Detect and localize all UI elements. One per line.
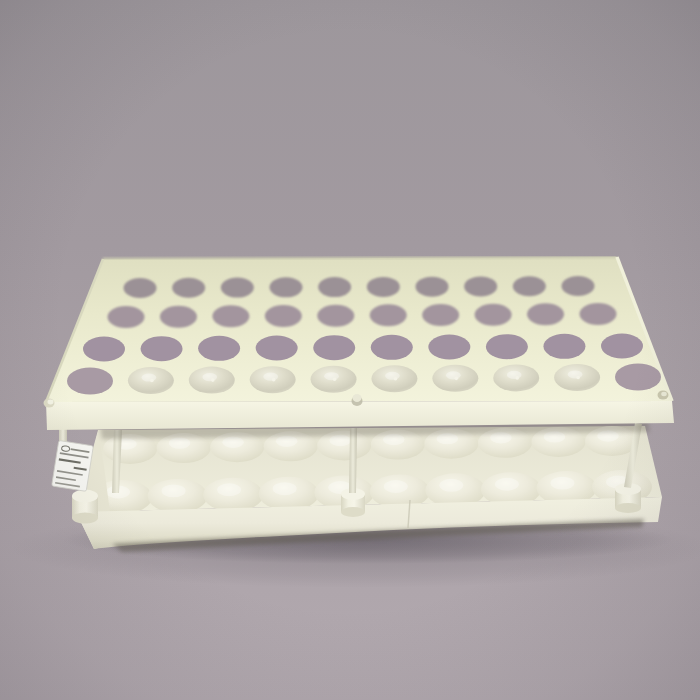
vignette-overlay	[0, 0, 700, 700]
test-tube-rack-photo	[0, 0, 700, 700]
photo-stage	[0, 0, 700, 700]
